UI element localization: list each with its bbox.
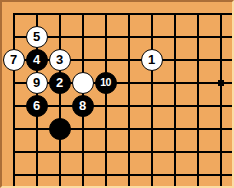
grid-line-vertical xyxy=(36,13,38,25)
grid-line-vertical xyxy=(128,71,130,94)
grid-line-vertical xyxy=(128,25,130,48)
grid-line-vertical xyxy=(220,25,222,48)
grid-line-vertical xyxy=(59,13,61,25)
grid-line-vertical xyxy=(13,140,15,163)
intersection-7-5 xyxy=(140,94,163,117)
intersection-2-2: 5 xyxy=(25,25,48,48)
grid-line-vertical xyxy=(197,140,199,163)
intersection-3-7 xyxy=(48,140,71,163)
grid-line-vertical xyxy=(13,94,15,117)
intersection-5-2 xyxy=(94,25,117,48)
intersection-8-8 xyxy=(163,163,186,186)
grid-line-vertical xyxy=(13,163,15,186)
intersection-1-4 xyxy=(2,71,25,94)
grid-line-vertical xyxy=(174,13,176,25)
grid-line-vertical xyxy=(82,25,84,48)
stone-white-move-7: 7 xyxy=(3,49,25,71)
grid-line-vertical xyxy=(36,117,38,140)
grid-line-vertical xyxy=(197,13,199,25)
grid-line-vertical xyxy=(197,25,199,48)
intersection-4-2 xyxy=(71,25,94,48)
intersection-4-6 xyxy=(71,117,94,140)
stone-black-move-6: 6 xyxy=(26,95,48,117)
grid-line-vertical xyxy=(13,117,15,140)
stone-black-move-10: 10 xyxy=(95,72,117,94)
grid-line-vertical xyxy=(13,13,15,25)
intersection-4-8 xyxy=(71,163,94,186)
grid-line-horizontal xyxy=(13,36,25,38)
grid-line-vertical xyxy=(105,25,107,48)
grid-line-horizontal xyxy=(13,13,25,15)
grid-line-vertical xyxy=(174,163,176,186)
intersection-2-6 xyxy=(25,117,48,140)
grid-line-vertical xyxy=(220,94,222,117)
intersection-1-1 xyxy=(2,2,25,25)
grid-line-vertical xyxy=(220,140,222,163)
intersection-5-6 xyxy=(94,117,117,140)
intersection-5-3 xyxy=(94,48,117,71)
intersection-9-6 xyxy=(186,117,209,140)
intersection-3-2 xyxy=(48,25,71,48)
grid-line-vertical xyxy=(174,94,176,117)
intersection-1-6 xyxy=(2,117,25,140)
intersection-7-8 xyxy=(140,163,163,186)
grid-line-vertical xyxy=(220,163,222,186)
intersection-10-7 xyxy=(209,140,232,163)
grid-line-vertical xyxy=(151,140,153,163)
intersection-10-3 xyxy=(209,48,232,71)
intersection-1-3: 7 xyxy=(2,48,25,71)
intersection-2-8 xyxy=(25,163,48,186)
intersection-6-1 xyxy=(117,2,140,25)
intersection-1-8 xyxy=(2,163,25,186)
grid-line-vertical xyxy=(59,163,61,186)
grid-line-vertical xyxy=(105,94,107,117)
intersection-7-6 xyxy=(140,117,163,140)
intersection-2-5: 6 xyxy=(25,94,48,117)
stone-black-move-8: 8 xyxy=(72,95,94,117)
grid-line-vertical xyxy=(197,163,199,186)
intersection-6-6 xyxy=(117,117,140,140)
intersection-8-6 xyxy=(163,117,186,140)
grid-line-vertical xyxy=(174,140,176,163)
grid-line-vertical xyxy=(82,163,84,186)
stone-white-move-3: 3 xyxy=(49,49,71,71)
board-grid: 57431921068 xyxy=(2,2,232,186)
intersection-6-4 xyxy=(117,71,140,94)
intersection-6-2 xyxy=(117,25,140,48)
intersection-8-1 xyxy=(163,2,186,25)
grid-line-vertical xyxy=(82,13,84,25)
grid-line-vertical xyxy=(36,140,38,163)
grid-line-vertical xyxy=(220,48,222,71)
grid-line-horizontal xyxy=(13,82,25,84)
grid-line-horizontal xyxy=(13,128,25,130)
intersection-1-5 xyxy=(2,94,25,117)
intersection-8-3 xyxy=(163,48,186,71)
grid-line-vertical xyxy=(128,94,130,117)
grid-line-vertical xyxy=(128,13,130,25)
intersection-9-5 xyxy=(186,94,209,117)
intersection-9-3 xyxy=(186,48,209,71)
intersection-3-8 xyxy=(48,163,71,186)
grid-line-vertical xyxy=(174,71,176,94)
grid-line-vertical xyxy=(13,71,15,94)
intersection-10-5 xyxy=(209,94,232,117)
grid-line-vertical xyxy=(151,94,153,117)
go-diagram: 57431921068 xyxy=(0,0,234,188)
grid-line-vertical xyxy=(82,140,84,163)
intersection-10-6 xyxy=(209,117,232,140)
grid-line-vertical xyxy=(59,25,61,48)
intersection-3-5 xyxy=(48,94,71,117)
intersection-9-2 xyxy=(186,25,209,48)
grid-line-vertical xyxy=(105,13,107,25)
intersection-2-1 xyxy=(25,2,48,25)
grid-line-vertical xyxy=(36,163,38,186)
stone-white-plain xyxy=(72,72,94,94)
intersection-6-3 xyxy=(117,48,140,71)
grid-line-vertical xyxy=(174,117,176,140)
intersection-9-1 xyxy=(186,2,209,25)
grid-line-vertical xyxy=(82,48,84,71)
intersection-5-5 xyxy=(94,94,117,117)
intersection-6-8 xyxy=(117,163,140,186)
intersection-4-7 xyxy=(71,140,94,163)
grid-line-vertical xyxy=(197,71,199,94)
intersection-10-4 xyxy=(209,71,232,94)
grid-line-vertical xyxy=(105,140,107,163)
grid-line-vertical xyxy=(151,25,153,48)
intersection-1-2 xyxy=(2,25,25,48)
intersection-7-1 xyxy=(140,2,163,25)
grid-line-vertical xyxy=(105,48,107,71)
grid-line-vertical xyxy=(174,25,176,48)
grid-line-vertical xyxy=(105,117,107,140)
intersection-10-2 xyxy=(209,25,232,48)
intersection-3-3: 3 xyxy=(48,48,71,71)
intersection-4-5: 8 xyxy=(71,94,94,117)
stone-white-move-5: 5 xyxy=(26,26,48,48)
intersection-7-7 xyxy=(140,140,163,163)
intersection-10-8 xyxy=(209,163,232,186)
intersection-5-4: 10 xyxy=(94,71,117,94)
intersection-3-6 xyxy=(48,117,71,140)
intersection-8-7 xyxy=(163,140,186,163)
grid-line-vertical xyxy=(128,140,130,163)
intersection-6-7 xyxy=(117,140,140,163)
intersection-7-4 xyxy=(140,71,163,94)
grid-line-vertical xyxy=(128,163,130,186)
grid-line-vertical xyxy=(220,13,222,25)
stone-white-move-9: 9 xyxy=(26,72,48,94)
grid-line-vertical xyxy=(151,163,153,186)
intersection-2-7 xyxy=(25,140,48,163)
stone-black-plain xyxy=(49,118,71,140)
grid-line-horizontal xyxy=(13,174,25,176)
intersection-4-3 xyxy=(71,48,94,71)
grid-line-vertical xyxy=(151,71,153,94)
intersection-2-3: 4 xyxy=(25,48,48,71)
intersection-5-1 xyxy=(94,2,117,25)
intersection-2-4: 9 xyxy=(25,71,48,94)
intersection-9-4 xyxy=(186,71,209,94)
grid-line-vertical xyxy=(220,117,222,140)
intersection-3-4: 2 xyxy=(48,71,71,94)
grid-line-vertical xyxy=(59,94,61,117)
intersection-10-1 xyxy=(209,2,232,25)
intersection-3-1 xyxy=(48,2,71,25)
grid-line-vertical xyxy=(197,48,199,71)
stone-white-move-1: 1 xyxy=(141,49,163,71)
grid-line-vertical xyxy=(82,117,84,140)
intersection-4-4 xyxy=(71,71,94,94)
stone-black-move-4: 4 xyxy=(26,49,48,71)
grid-line-vertical xyxy=(128,117,130,140)
grid-line-vertical xyxy=(105,163,107,186)
intersection-8-2 xyxy=(163,25,186,48)
grid-line-vertical xyxy=(197,94,199,117)
intersection-6-5 xyxy=(117,94,140,117)
grid-line-horizontal xyxy=(13,105,25,107)
grid-line-vertical xyxy=(151,13,153,25)
grid-line-vertical xyxy=(174,48,176,71)
intersection-8-5 xyxy=(163,94,186,117)
star-point xyxy=(218,80,224,86)
intersection-5-7 xyxy=(94,140,117,163)
stone-black-move-2: 2 xyxy=(49,72,71,94)
grid-line-vertical xyxy=(13,25,15,48)
intersection-8-4 xyxy=(163,71,186,94)
intersection-1-7 xyxy=(2,140,25,163)
grid-line-horizontal xyxy=(13,151,25,153)
grid-line-vertical xyxy=(197,117,199,140)
intersection-4-1 xyxy=(71,2,94,25)
grid-line-vertical xyxy=(128,48,130,71)
intersection-7-2 xyxy=(140,25,163,48)
intersection-5-8 xyxy=(94,163,117,186)
intersection-7-3: 1 xyxy=(140,48,163,71)
grid-line-vertical xyxy=(59,140,61,163)
grid-line-vertical xyxy=(151,117,153,140)
intersection-9-8 xyxy=(186,163,209,186)
intersection-9-7 xyxy=(186,140,209,163)
